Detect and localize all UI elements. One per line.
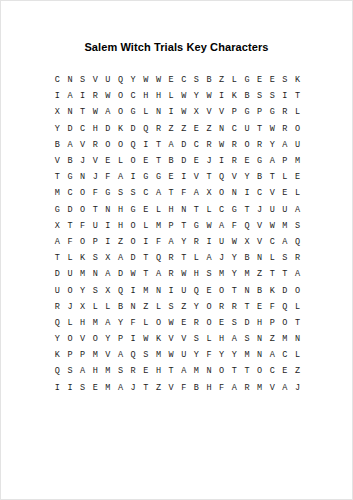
- grid-cell: I: [127, 331, 140, 347]
- grid-cell: S: [291, 218, 304, 234]
- grid-cell: Y: [102, 331, 115, 347]
- grid-cell: L: [139, 104, 152, 120]
- grid-cell: S: [76, 380, 89, 396]
- grid-cell: V: [89, 153, 102, 169]
- grid-cell: G: [51, 202, 64, 218]
- grid-cell: T: [228, 363, 241, 379]
- grid-cell: G: [190, 218, 203, 234]
- grid-cell: Y: [241, 169, 254, 185]
- grid-cell: C: [266, 234, 279, 250]
- grid-cell: M: [51, 185, 64, 201]
- grid-cell: F: [177, 185, 190, 201]
- grid-cell: S: [89, 282, 102, 298]
- grid-cell: I: [51, 380, 64, 396]
- grid-cell: S: [279, 72, 292, 88]
- grid-cell: A: [266, 347, 279, 363]
- grid-cell: C: [127, 88, 140, 104]
- grid-cell: I: [127, 169, 140, 185]
- grid-cell: Y: [228, 250, 241, 266]
- grid-cell: Y: [228, 266, 241, 282]
- grid-cell: M: [102, 380, 115, 396]
- grid-cell: O: [127, 153, 140, 169]
- grid-cell: H: [165, 202, 178, 218]
- grid-cell: V: [177, 331, 190, 347]
- grid-cell: G: [127, 202, 140, 218]
- grid-cell: T: [253, 121, 266, 137]
- grid-cell: J: [89, 169, 102, 185]
- grid-cell: T: [266, 266, 279, 282]
- grid-cell: I: [64, 380, 77, 396]
- grid-cell: L: [139, 218, 152, 234]
- grid-cell: J: [64, 299, 77, 315]
- grid-cell: P: [253, 104, 266, 120]
- grid-cell: L: [152, 299, 165, 315]
- grid-cell: N: [127, 299, 140, 315]
- grid-cell: L: [89, 299, 102, 315]
- grid-cell: W: [165, 315, 178, 331]
- grid-cell: W: [215, 137, 228, 153]
- grid-cell: S: [165, 299, 178, 315]
- grid-cell: M: [102, 363, 115, 379]
- grid-cell: A: [76, 363, 89, 379]
- grid-cell: L: [190, 250, 203, 266]
- grid-cell: P: [228, 104, 241, 120]
- grid-cell: T: [177, 250, 190, 266]
- grid-cell: O: [215, 282, 228, 298]
- grid-cell: H: [190, 266, 203, 282]
- grid-cell: N: [64, 72, 77, 88]
- grid-cell: H: [114, 202, 127, 218]
- grid-cell: A: [64, 88, 77, 104]
- grid-cell: M: [291, 153, 304, 169]
- grid-cell: M: [215, 266, 228, 282]
- grid-cell: C: [177, 72, 190, 88]
- grid-cell: S: [114, 185, 127, 201]
- grid-cell: G: [152, 169, 165, 185]
- grid-cell: T: [241, 299, 254, 315]
- grid-cell: L: [228, 72, 241, 88]
- grid-cell: N: [203, 363, 216, 379]
- grid-cell: T: [266, 169, 279, 185]
- grid-cell: O: [291, 282, 304, 298]
- grid-cell: X: [51, 104, 64, 120]
- grid-cell: P: [114, 331, 127, 347]
- grid-cell: C: [139, 185, 152, 201]
- grid-cell: O: [76, 185, 89, 201]
- grid-cell: S: [114, 363, 127, 379]
- grid-cell: B: [253, 169, 266, 185]
- grid-cell: D: [279, 282, 292, 298]
- grid-cell: R: [228, 137, 241, 153]
- grid-cell: A: [114, 250, 127, 266]
- grid-cell: T: [51, 250, 64, 266]
- grid-cell: W: [177, 88, 190, 104]
- grid-cell: T: [152, 137, 165, 153]
- grid-cell: L: [291, 185, 304, 201]
- grid-cell: U: [177, 347, 190, 363]
- grid-cell: E: [266, 72, 279, 88]
- grid-cell: A: [102, 104, 115, 120]
- grid-cell: B: [165, 153, 178, 169]
- grid-cell: I: [215, 88, 228, 104]
- grid-cell: T: [241, 363, 254, 379]
- grid-cell: M: [241, 347, 254, 363]
- grid-cell: V: [76, 331, 89, 347]
- grid-cell: Q: [291, 234, 304, 250]
- grid-cell: S: [228, 315, 241, 331]
- grid-cell: O: [241, 137, 254, 153]
- grid-cell: C: [228, 121, 241, 137]
- grid-cell: A: [228, 380, 241, 396]
- grid-cell: Y: [51, 121, 64, 137]
- grid-cell: N: [291, 331, 304, 347]
- grid-cell: N: [177, 202, 190, 218]
- grid-cell: R: [291, 250, 304, 266]
- grid-cell: B: [51, 137, 64, 153]
- grid-cell: M: [89, 347, 102, 363]
- grid-cell: A: [215, 218, 228, 234]
- grid-cell: Y: [190, 299, 203, 315]
- grid-cell: D: [114, 266, 127, 282]
- grid-cell: O: [102, 137, 115, 153]
- grid-cell: X: [102, 250, 115, 266]
- grid-cell: I: [203, 234, 216, 250]
- grid-cell: F: [228, 218, 241, 234]
- grid-cell: W: [266, 121, 279, 137]
- grid-cell: X: [190, 104, 203, 120]
- grid-cell: R: [51, 299, 64, 315]
- grid-cell: A: [291, 266, 304, 282]
- grid-cell: B: [64, 153, 77, 169]
- grid-cell: S: [253, 88, 266, 104]
- grid-cell: B: [253, 282, 266, 298]
- grid-cell: W: [139, 331, 152, 347]
- grid-cell: Q: [152, 250, 165, 266]
- grid-cell: Q: [127, 137, 140, 153]
- grid-cell: E: [190, 153, 203, 169]
- grid-cell: I: [51, 88, 64, 104]
- grid-cell: G: [102, 185, 115, 201]
- grid-cell: R: [89, 88, 102, 104]
- grid-cell: Q: [215, 169, 228, 185]
- grid-cell: A: [152, 266, 165, 282]
- grid-cell: E: [215, 315, 228, 331]
- grid-cell: F: [89, 185, 102, 201]
- grid-cell: T: [139, 250, 152, 266]
- grid-cell: C: [51, 72, 64, 88]
- grid-cell: F: [203, 347, 216, 363]
- grid-cell: W: [139, 72, 152, 88]
- grid-cell: V: [190, 169, 203, 185]
- grid-cell: O: [253, 363, 266, 379]
- grid-cell: R: [215, 299, 228, 315]
- grid-cell: W: [177, 104, 190, 120]
- grid-cell: U: [241, 121, 254, 137]
- grid-cell: H: [139, 88, 152, 104]
- grid-cell: Z: [266, 331, 279, 347]
- grid-cell: U: [279, 202, 292, 218]
- grid-cell: R: [279, 104, 292, 120]
- grid-cell: Q: [51, 363, 64, 379]
- grid-cell: A: [114, 169, 127, 185]
- grid-cell: C: [279, 347, 292, 363]
- grid-cell: Q: [114, 282, 127, 298]
- grid-cell: S: [190, 72, 203, 88]
- grid-cell: J: [127, 380, 140, 396]
- grid-cell: M: [76, 266, 89, 282]
- grid-cell: A: [279, 234, 292, 250]
- grid-cell: Y: [177, 234, 190, 250]
- grid-cell: W: [266, 218, 279, 234]
- grid-cell: Z: [165, 121, 178, 137]
- grid-cell: V: [89, 72, 102, 88]
- grid-cell: G: [253, 153, 266, 169]
- grid-cell: I: [279, 88, 292, 104]
- grid-cell: T: [165, 185, 178, 201]
- grid-cell: Q: [127, 347, 140, 363]
- grid-cell: I: [139, 137, 152, 153]
- grid-cell: Q: [139, 121, 152, 137]
- grid-cell: M: [279, 331, 292, 347]
- grid-cell: F: [76, 218, 89, 234]
- grid-cell: E: [253, 299, 266, 315]
- grid-cell: B: [241, 250, 254, 266]
- grid-cell: M: [139, 282, 152, 298]
- grid-cell: Y: [228, 347, 241, 363]
- grid-cell: S: [76, 72, 89, 88]
- grid-cell: N: [152, 282, 165, 298]
- grid-cell: N: [89, 266, 102, 282]
- grid-cell: O: [89, 331, 102, 347]
- grid-cell: N: [152, 104, 165, 120]
- grid-cell: D: [51, 266, 64, 282]
- grid-cell: R: [190, 234, 203, 250]
- grid-cell: I: [165, 104, 178, 120]
- grid-cell: O: [152, 315, 165, 331]
- grid-cell: T: [89, 202, 102, 218]
- grid-cell: E: [241, 153, 254, 169]
- grid-cell: O: [76, 234, 89, 250]
- grid-cell: K: [152, 331, 165, 347]
- grid-cell: O: [215, 363, 228, 379]
- grid-cell: T: [190, 202, 203, 218]
- grid-cell: V: [266, 380, 279, 396]
- grid-cell: L: [165, 88, 178, 104]
- grid-cell: B: [203, 72, 216, 88]
- grid-cell: O: [114, 104, 127, 120]
- grid-cell: M: [279, 218, 292, 234]
- grid-cell: H: [89, 363, 102, 379]
- grid-cell: C: [76, 121, 89, 137]
- grid-cell: I: [139, 234, 152, 250]
- grid-cell: Q: [51, 315, 64, 331]
- grid-cell: Z: [215, 72, 228, 88]
- grid-cell: H: [152, 88, 165, 104]
- grid-cell: W: [127, 266, 140, 282]
- grid-cell: Q: [114, 72, 127, 88]
- grid-cell: R: [190, 315, 203, 331]
- grid-cell: P: [76, 347, 89, 363]
- grid-cell: P: [266, 315, 279, 331]
- grid-cell: O: [291, 121, 304, 137]
- grid-cell: T: [139, 380, 152, 396]
- grid-cell: U: [215, 234, 228, 250]
- grid-cell: W: [165, 347, 178, 363]
- grid-cell: A: [203, 250, 216, 266]
- grid-cell: H: [89, 121, 102, 137]
- grid-cell: U: [102, 72, 115, 88]
- grid-cell: Z: [114, 234, 127, 250]
- grid-cell: Q: [190, 282, 203, 298]
- grid-cell: I: [241, 185, 254, 201]
- grid-cell: K: [76, 250, 89, 266]
- grid-cell: P: [89, 234, 102, 250]
- grid-cell: N: [241, 282, 254, 298]
- page-title: Salem Witch Trials Key Characters: [1, 41, 352, 53]
- grid-cell: E: [203, 282, 216, 298]
- grid-cell: I: [127, 282, 140, 298]
- grid-cell: M: [253, 380, 266, 396]
- grid-cell: E: [139, 363, 152, 379]
- grid-cell: V: [203, 104, 216, 120]
- grid-cell: E: [190, 121, 203, 137]
- puzzle-page: Salem Witch Trials Key Characters CNSVUQ…: [0, 0, 353, 500]
- grid-cell: E: [291, 169, 304, 185]
- grid-cell: R: [228, 299, 241, 315]
- grid-cell: Y: [76, 282, 89, 298]
- grid-cell: L: [203, 202, 216, 218]
- grid-cell: T: [76, 104, 89, 120]
- grid-cell: L: [139, 315, 152, 331]
- grid-cell: G: [139, 169, 152, 185]
- grid-cell: F: [102, 169, 115, 185]
- grid-cell: F: [152, 234, 165, 250]
- grid-cell: M: [190, 363, 203, 379]
- grid-cell: T: [177, 218, 190, 234]
- grid-cell: E: [177, 315, 190, 331]
- word-grid: CNSVUQYWWECSBZLGEESKIAIRWOCHHLWYWIKBSSIT…: [51, 72, 304, 396]
- grid-cell: P: [165, 218, 178, 234]
- grid-cell: C: [64, 185, 77, 201]
- grid-cell: Z: [139, 299, 152, 315]
- grid-cell: N: [215, 121, 228, 137]
- grid-cell: U: [291, 137, 304, 153]
- grid-cell: A: [64, 137, 77, 153]
- grid-cell: M: [89, 315, 102, 331]
- grid-cell: T: [139, 266, 152, 282]
- grid-cell: X: [51, 218, 64, 234]
- grid-cell: G: [64, 169, 77, 185]
- grid-cell: C: [253, 185, 266, 201]
- grid-cell: V: [165, 331, 178, 347]
- grid-cell: A: [279, 137, 292, 153]
- grid-cell: S: [203, 266, 216, 282]
- grid-cell: V: [215, 104, 228, 120]
- grid-cell: M: [241, 266, 254, 282]
- grid-cell: V: [51, 153, 64, 169]
- grid-cell: H: [114, 218, 127, 234]
- grid-cell: Y: [266, 137, 279, 153]
- grid-cell: V: [266, 185, 279, 201]
- grid-cell: I: [165, 282, 178, 298]
- grid-cell: D: [64, 121, 77, 137]
- grid-cell: J: [215, 250, 228, 266]
- grid-cell: X: [76, 299, 89, 315]
- grid-cell: G: [241, 72, 254, 88]
- grid-cell: H: [203, 380, 216, 396]
- grid-cell: U: [51, 282, 64, 298]
- grid-cell: G: [228, 202, 241, 218]
- grid-cell: Y: [215, 347, 228, 363]
- grid-cell: N: [64, 104, 77, 120]
- grid-cell: F: [127, 315, 140, 331]
- grid-cell: F: [177, 380, 190, 396]
- grid-cell: M: [152, 218, 165, 234]
- grid-cell: R: [241, 380, 254, 396]
- grid-cell: O: [279, 315, 292, 331]
- grid-cell: Y: [51, 331, 64, 347]
- grid-cell: D: [64, 202, 77, 218]
- grid-cell: D: [241, 315, 254, 331]
- grid-cell: S: [139, 347, 152, 363]
- grid-cell: Y: [114, 315, 127, 331]
- grid-cell: O: [64, 331, 77, 347]
- grid-cell: L: [102, 299, 115, 315]
- grid-cell: S: [241, 331, 254, 347]
- grid-cell: V: [253, 218, 266, 234]
- grid-cell: A: [165, 234, 178, 250]
- grid-cell: N: [253, 250, 266, 266]
- grid-cell: L: [152, 202, 165, 218]
- grid-cell: A: [177, 363, 190, 379]
- grid-cell: C: [266, 363, 279, 379]
- grid-cell: T: [241, 202, 254, 218]
- grid-cell: V: [253, 234, 266, 250]
- grid-cell: O: [203, 315, 216, 331]
- grid-cell: U: [89, 218, 102, 234]
- grid-cell: I: [177, 169, 190, 185]
- grid-cell: L: [64, 250, 77, 266]
- grid-cell: A: [114, 347, 127, 363]
- grid-cell: O: [127, 234, 140, 250]
- grid-cell: X: [102, 282, 115, 298]
- grid-cell: W: [203, 218, 216, 234]
- grid-cell: W: [228, 234, 241, 250]
- grid-cell: L: [203, 331, 216, 347]
- grid-cell: A: [228, 331, 241, 347]
- grid-cell: K: [228, 88, 241, 104]
- grid-cell: J: [76, 153, 89, 169]
- grid-cell: U: [266, 202, 279, 218]
- grid-cell: C: [190, 137, 203, 153]
- grid-cell: L: [279, 169, 292, 185]
- grid-cell: R: [228, 153, 241, 169]
- grid-cell: Z: [253, 266, 266, 282]
- grid-cell: G: [241, 104, 254, 120]
- grid-cell: T: [51, 169, 64, 185]
- grid-cell: W: [177, 266, 190, 282]
- grid-cell: L: [291, 299, 304, 315]
- grid-cell: L: [64, 315, 77, 331]
- grid-cell: O: [203, 299, 216, 315]
- grid-cell: W: [89, 104, 102, 120]
- grid-cell: F: [215, 380, 228, 396]
- grid-cell: I: [76, 88, 89, 104]
- grid-cell: N: [228, 185, 241, 201]
- grid-cell: W: [203, 88, 216, 104]
- grid-cell: T: [279, 266, 292, 282]
- grid-cell: D: [102, 121, 115, 137]
